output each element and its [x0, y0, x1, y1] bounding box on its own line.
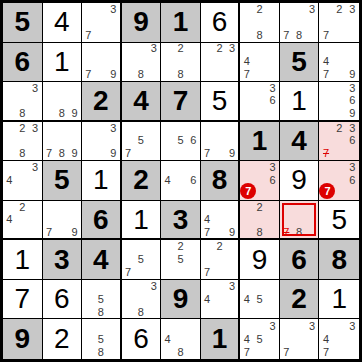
cell-r5c8[interactable]: 9 [280, 161, 320, 201]
candidate-grid: 39 [82, 122, 120, 161]
candidate-grid: 45 [240, 280, 279, 319]
given-digit: 6 [82, 201, 120, 239]
candidate-grid: 2367 [319, 122, 359, 161]
candidate-8: 8 [253, 226, 266, 239]
candidate-4: 4 [201, 213, 214, 226]
candidate-2: 2 [253, 3, 266, 16]
cell-r5c1[interactable]: 34 [3, 161, 43, 201]
cell-r9c7[interactable]: 3457 [240, 319, 280, 359]
candidate-9: 9 [68, 147, 81, 160]
candidate-3: 3 [266, 161, 279, 174]
cell-r4c7[interactable]: 1 [240, 122, 280, 162]
candidate-8: 8 [174, 68, 187, 81]
candidate-5: 5 [174, 135, 187, 148]
solved-digit: 6 [122, 319, 161, 359]
candidate-3: 3 [29, 122, 42, 135]
candidate-8: 8 [135, 68, 148, 81]
eliminated-candidate-7: 7 [319, 147, 332, 160]
candidate-grid: 34 [201, 280, 239, 319]
solved-digit: 9 [280, 161, 319, 200]
cell-r9c6[interactable]: 1 [201, 319, 241, 359]
candidate-9: 9 [68, 226, 81, 239]
given-digit: 3 [43, 240, 82, 279]
cell-r3c1[interactable]: 38 [3, 82, 43, 122]
given-digit: 6 [3, 43, 42, 82]
eliminated-candidate-7: 7 [280, 226, 293, 239]
cell-r3c2[interactable]: 89 [43, 82, 83, 122]
candidate-4: 4 [3, 213, 16, 226]
candidate-8: 8 [95, 346, 108, 359]
cell-r8c5[interactable]: 9 [161, 280, 201, 320]
candidate-3: 3 [306, 319, 319, 332]
candidate-grid: 58 [82, 319, 120, 359]
candidate-grid: 37 [280, 319, 319, 359]
cell-r5c6[interactable]: 8 [201, 161, 241, 201]
candidate-6: 6 [346, 135, 359, 148]
cell-r1c2[interactable]: 4 [43, 3, 83, 43]
given-digit: 4 [122, 82, 161, 120]
candidate-grid: 34 [3, 161, 42, 200]
solved-digit: 1 [3, 240, 42, 279]
cell-r4c2[interactable]: 789 [43, 122, 83, 162]
candidate-8: 8 [293, 29, 306, 42]
candidate-7: 7 [280, 346, 293, 359]
cell-r2c1[interactable]: 6 [3, 43, 43, 83]
candidate-grid: 347 [319, 319, 359, 359]
candidate-grid: 238 [3, 122, 42, 161]
candidate-7: 7 [43, 147, 56, 160]
candidate-5: 5 [174, 253, 187, 266]
candidate-7: 7 [82, 68, 95, 81]
candidate-6: 6 [187, 174, 200, 187]
candidate-grid: 56 [161, 122, 200, 161]
candidate-grid: 378 [280, 3, 319, 42]
candidate-2: 2 [16, 122, 29, 135]
cell-r1c9[interactable]: 237 [319, 3, 359, 43]
candidate-2: 2 [333, 3, 346, 16]
cell-r3c7[interactable]: 36 [240, 82, 280, 122]
candidate-5: 5 [253, 333, 266, 346]
cell-r8c1[interactable]: 7 [3, 280, 43, 320]
cell-r2c2[interactable]: 1 [43, 43, 83, 83]
candidate-2: 2 [174, 240, 187, 253]
candidate-grid: 3457 [240, 319, 279, 359]
cell-r2c6[interactable]: 23 [201, 43, 241, 83]
given-digit: 3 [161, 201, 200, 239]
candidate-4: 4 [240, 55, 253, 68]
candidate-grid: 57 [122, 240, 161, 279]
solved-digit: 1 [280, 82, 319, 120]
cell-r2c3[interactable]: 79 [82, 43, 122, 83]
given-digit: 4 [82, 240, 120, 279]
candidate-5: 5 [135, 135, 148, 148]
sudoku-board: 5437916283782376179382823475479388924753… [0, 0, 362, 362]
cell-r4c5[interactable]: 56 [161, 122, 201, 162]
candidate-grid: 46 [161, 161, 200, 200]
candidate-5: 5 [253, 293, 266, 306]
cell-r7c9[interactable]: 8 [319, 240, 359, 280]
candidate-7: 7 [43, 226, 56, 239]
given-digit: 2 [280, 280, 319, 319]
given-digit: 1 [161, 3, 200, 42]
candidate-7: 7 [201, 266, 214, 279]
candidate-grid: 24 [3, 201, 42, 239]
cell-r1c1[interactable]: 5 [3, 3, 43, 43]
given-digit: 5 [3, 3, 42, 42]
candidate-3: 3 [306, 3, 319, 16]
cell-r9c9[interactable]: 347 [319, 319, 359, 359]
cell-r3c4[interactable]: 4 [122, 82, 162, 122]
candidate-2: 2 [174, 43, 187, 56]
candidate-grid: 79 [82, 43, 120, 82]
solved-digit: 1 [43, 43, 82, 82]
candidate-grid: 38 [3, 82, 42, 120]
candidate-3: 3 [107, 3, 120, 16]
cell-r9c8[interactable]: 37 [280, 319, 320, 359]
candidate-grid: 47 [240, 43, 279, 82]
candidate-7: 7 [201, 226, 214, 239]
candidate-grid: 369 [319, 82, 359, 120]
candidate-grid: 38 [122, 280, 161, 319]
candidate-7: 7 [240, 346, 253, 359]
cell-r2c7[interactable]: 47 [240, 43, 280, 83]
candidate-6: 6 [266, 95, 279, 108]
cell-r4c4[interactable]: 57 [122, 122, 162, 162]
cell-r7c6[interactable]: 27 [201, 240, 241, 280]
cell-r6c4[interactable]: 1 [122, 201, 162, 241]
cell-r8c4[interactable]: 38 [122, 280, 162, 320]
candidate-9: 9 [226, 147, 239, 160]
candidate-6: 6 [346, 174, 359, 187]
candidate-grid: 23 [201, 43, 239, 82]
candidate-grid: 38 [122, 43, 161, 82]
cell-r1c7[interactable]: 28 [240, 3, 280, 43]
candidate-4: 4 [3, 174, 16, 187]
solved-digit: 6 [43, 280, 82, 319]
candidate-8: 8 [55, 147, 68, 160]
candidate-grid: 57 [122, 122, 161, 161]
given-digit: 8 [201, 161, 239, 200]
cell-r6c9[interactable]: 5 [319, 201, 359, 241]
candidate-5: 5 [135, 253, 148, 266]
candidate-6: 6 [346, 95, 359, 108]
candidate-3: 3 [147, 43, 160, 56]
candidate-3: 3 [346, 122, 359, 135]
cell-r1c5[interactable]: 1 [161, 3, 201, 43]
given-digit: 1 [240, 122, 279, 161]
cell-r6c6[interactable]: 479 [201, 201, 241, 241]
solved-digit: 1 [319, 280, 359, 319]
given-digit: 7 [161, 82, 200, 120]
cell-r9c4[interactable]: 6 [122, 319, 162, 359]
candidate-8: 8 [174, 346, 187, 359]
solved-digit: 4 [43, 3, 82, 42]
candidate-7: 7 [319, 29, 332, 42]
candidate-grid: 479 [319, 43, 359, 82]
candidate-3: 3 [266, 319, 279, 332]
candidate-2: 2 [16, 201, 29, 214]
solved-digit: 6 [201, 3, 239, 42]
cell-r8c3[interactable]: 58 [82, 280, 122, 320]
given-digit: 1 [201, 319, 239, 359]
candidate-grid: 28 [161, 43, 200, 82]
candidate-6: 6 [266, 174, 279, 187]
cell-r1c3[interactable]: 37 [82, 3, 122, 43]
candidate-5: 5 [95, 293, 108, 306]
candidate-4: 4 [161, 333, 174, 346]
candidate-7: 7 [82, 29, 95, 42]
candidate-3: 3 [29, 161, 42, 174]
candidate-8: 8 [293, 226, 306, 239]
cell-r8c8[interactable]: 2 [280, 280, 320, 320]
cell-r5c9[interactable]: 367 [319, 161, 359, 201]
cell-r2c9[interactable]: 479 [319, 43, 359, 83]
candidate-2: 2 [253, 201, 266, 214]
candidate-3: 3 [266, 82, 279, 95]
cell-r5c2[interactable]: 5 [43, 161, 83, 201]
candidate-4: 4 [240, 293, 253, 306]
cell-r1c8[interactable]: 378 [280, 3, 320, 43]
cell-r3c9[interactable]: 369 [319, 82, 359, 122]
cell-r4c6[interactable]: 79 [201, 122, 241, 162]
candidate-4: 4 [240, 333, 253, 346]
cell-r8c2[interactable]: 6 [43, 280, 83, 320]
candidate-3: 3 [346, 319, 359, 332]
cell-r3c6[interactable]: 5 [201, 82, 241, 122]
cell-r7c7[interactable]: 9 [240, 240, 280, 280]
cell-r9c2[interactable]: 2 [43, 319, 83, 359]
candidate-8: 8 [16, 107, 29, 120]
cell-r3c5[interactable]: 7 [161, 82, 201, 122]
candidate-7: 7 [122, 147, 135, 160]
cell-r7c3[interactable]: 4 [82, 240, 122, 280]
cell-r8c9[interactable]: 1 [319, 280, 359, 320]
cell-r7c8[interactable]: 6 [280, 240, 320, 280]
candidate-7: 7 [201, 147, 214, 160]
cell-r3c8[interactable]: 1 [280, 82, 320, 122]
cell-r8c6[interactable]: 34 [201, 280, 241, 320]
cell-r2c8[interactable]: 5 [280, 43, 320, 83]
cell-r5c4[interactable]: 2 [122, 161, 162, 201]
candidate-9: 9 [346, 107, 359, 120]
solved-digit: 7 [3, 280, 42, 319]
candidate-7: 7 [319, 346, 332, 359]
candidate-3: 3 [226, 43, 239, 56]
given-digit: 6 [280, 240, 319, 279]
solved-digit: 9 [240, 240, 279, 279]
solved-digit: 5 [319, 201, 359, 239]
candidate-grid: 37 [82, 3, 120, 42]
cell-r5c5[interactable]: 46 [161, 161, 201, 201]
candidate-2: 2 [333, 122, 346, 135]
candidate-grid: 27 [201, 240, 239, 279]
cell-r5c7[interactable]: 367 [240, 161, 280, 201]
candidate-9: 9 [226, 226, 239, 239]
cell-r6c3[interactable]: 6 [82, 201, 122, 241]
cell-r9c5[interactable]: 48 [161, 319, 201, 359]
candidate-grid: 58 [82, 280, 120, 319]
solved-digit: 1 [122, 201, 161, 239]
cell-r4c8[interactable]: 4 [280, 122, 320, 162]
candidate-3: 3 [107, 122, 120, 135]
candidate-grid: 237 [319, 3, 359, 42]
candidate-6: 6 [187, 135, 200, 148]
cell-r1c4[interactable]: 9 [122, 3, 162, 43]
cell-r6c8[interactable]: 78 [280, 201, 320, 241]
candidate-9: 9 [107, 147, 120, 160]
solved-digit: 5 [201, 82, 239, 120]
candidate-8: 8 [253, 29, 266, 42]
candidate-grid: 28 [240, 3, 279, 42]
cell-r1c6[interactable]: 6 [201, 3, 241, 43]
cell-r7c4[interactable]: 57 [122, 240, 162, 280]
candidate-9: 9 [107, 68, 120, 81]
candidate-9: 9 [68, 107, 81, 120]
candidate-7: 7 [122, 266, 135, 279]
candidate-5: 5 [95, 333, 108, 346]
cell-r6c7[interactable]: 28 [240, 201, 280, 241]
given-digit: 2 [122, 161, 161, 200]
cell-r7c2[interactable]: 3 [43, 240, 83, 280]
candidate-4: 4 [161, 174, 174, 187]
candidate-8: 8 [16, 147, 29, 160]
candidate-grid: 89 [43, 82, 82, 120]
cell-r9c1[interactable]: 9 [3, 319, 43, 359]
circled-candidate-7: 7 [240, 183, 256, 199]
candidate-2: 2 [213, 240, 226, 253]
candidate-3: 3 [226, 280, 239, 293]
given-digit: 4 [280, 122, 319, 161]
cell-r4c9[interactable]: 2367 [319, 122, 359, 162]
cell-r4c1[interactable]: 238 [3, 122, 43, 162]
candidate-grid: 48 [161, 319, 200, 359]
cell-r7c1[interactable]: 1 [3, 240, 43, 280]
given-digit: 9 [122, 3, 161, 42]
candidate-grid: 28 [240, 201, 279, 239]
candidate-3: 3 [346, 82, 359, 95]
candidate-3: 3 [346, 3, 359, 16]
solved-digit: 2 [43, 319, 82, 359]
candidate-grid: 79 [43, 201, 82, 239]
candidate-8: 8 [55, 107, 68, 120]
candidate-7: 7 [240, 68, 253, 81]
cell-r4c3[interactable]: 39 [82, 122, 122, 162]
candidate-8: 8 [135, 306, 148, 319]
given-digit: 9 [3, 319, 42, 359]
candidate-7: 7 [319, 68, 332, 81]
candidate-7: 7 [280, 29, 293, 42]
candidate-4: 4 [201, 293, 214, 306]
solved-digit: 1 [82, 161, 120, 200]
given-digit: 8 [319, 240, 359, 279]
candidate-4: 4 [319, 55, 332, 68]
candidate-4: 4 [319, 333, 332, 346]
cell-r5c3[interactable]: 1 [82, 161, 122, 201]
candidate-3: 3 [346, 161, 359, 174]
cell-r2c4[interactable]: 38 [122, 43, 162, 83]
given-digit: 5 [43, 161, 82, 200]
cell-r7c5[interactable]: 25 [161, 240, 201, 280]
cell-r9c3[interactable]: 58 [82, 319, 122, 359]
candidate-grid: 78 [280, 201, 319, 239]
candidate-2: 2 [213, 43, 226, 56]
candidate-3: 3 [147, 280, 160, 293]
given-digit: 9 [161, 280, 200, 319]
cell-r6c1[interactable]: 24 [3, 201, 43, 241]
candidate-grid: 25 [161, 240, 200, 279]
candidate-grid: 479 [201, 201, 239, 239]
candidate-grid: 789 [43, 122, 82, 161]
cell-r6c2[interactable]: 79 [43, 201, 83, 241]
candidate-grid: 79 [201, 122, 239, 161]
candidate-grid: 36 [240, 82, 279, 120]
candidate-3: 3 [29, 82, 42, 95]
candidate-8: 8 [95, 306, 108, 319]
cell-r3c3[interactable]: 2 [82, 82, 122, 122]
cell-r6c5[interactable]: 3 [161, 201, 201, 241]
cell-r8c7[interactable]: 45 [240, 280, 280, 320]
cell-r2c5[interactable]: 28 [161, 43, 201, 83]
given-digit: 2 [82, 82, 120, 120]
candidate-9: 9 [346, 68, 359, 81]
given-digit: 5 [280, 43, 319, 82]
